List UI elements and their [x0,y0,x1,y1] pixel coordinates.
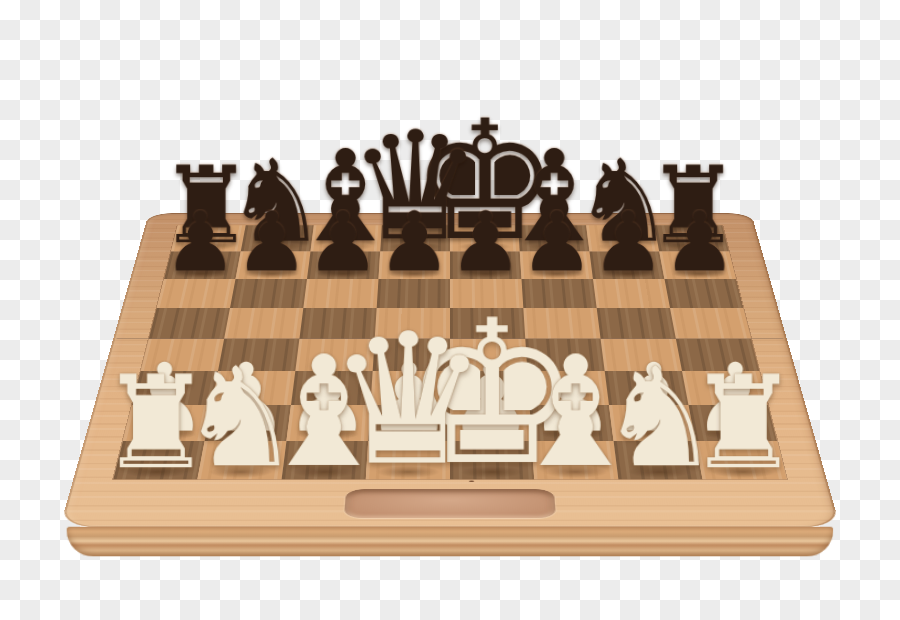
piece-black-pawn-c7[interactable]: ♟ [306,208,380,276]
square-h6[interactable] [665,279,744,308]
piece-black-pawn-f7[interactable]: ♟ [520,208,594,276]
piece-black-pawn-g7[interactable]: ♟ [591,208,665,276]
square-d7[interactable]: ♟ [378,252,450,280]
board-front-molding [67,527,834,557]
piece-black-pawn-a7[interactable]: ♟ [163,208,237,276]
piece-black-pawn-d7[interactable]: ♟ [377,208,451,276]
square-h7[interactable]: ♟ [659,252,736,280]
square-a5[interactable] [149,308,230,339]
square-b7[interactable]: ♟ [235,252,310,280]
piece-white-bishop-f1[interactable]: ♝ [508,350,645,475]
square-a1[interactable]: ♜ [113,441,204,479]
handle-recess [344,489,556,518]
piece-white-rook-a1[interactable]: ♜ [99,370,214,475]
square-d1[interactable]: ♛ [366,441,450,479]
square-g6[interactable] [593,279,670,308]
square-h1[interactable]: ♜ [695,441,786,479]
piece-black-pawn-b7[interactable]: ♟ [235,208,309,276]
square-c7[interactable]: ♟ [307,252,380,280]
board-squares: ♜♞♝♛♚♝♞♜♟♟♟♟♟♟♟♟♟♟♟♟♟♟♟♟♜♞♝♛♚♝♞♜ [113,225,787,479]
piece-black-pawn-e7[interactable]: ♟ [449,208,523,276]
apron-knot [469,480,475,482]
square-f1[interactable]: ♝ [532,441,619,479]
square-b6[interactable] [230,279,307,308]
square-e7[interactable]: ♟ [450,252,522,280]
square-h5[interactable] [670,308,751,339]
transparent-checker-background: ♜♞♝♛♚♝♞♜♟♟♟♟♟♟♟♟♟♟♟♟♟♟♟♟♜♞♝♛♚♝♞♜ [0,0,900,620]
piece-black-pawn-h7[interactable]: ♟ [663,208,737,276]
piece-white-rook-h1[interactable]: ♜ [686,370,801,475]
square-a6[interactable] [157,279,236,308]
square-g7[interactable]: ♟ [590,252,665,280]
board-perspective-wrap: ♜♞♝♛♚♝♞♜♟♟♟♟♟♟♟♟♟♟♟♟♟♟♟♟♜♞♝♛♚♝♞♜ [0,0,900,620]
piece-white-queen-d1[interactable]: ♛ [327,327,489,476]
chess-board: ♜♞♝♛♚♝♞♜♟♟♟♟♟♟♟♟♟♟♟♟♟♟♟♟♜♞♝♛♚♝♞♜ [60,213,841,527]
square-a7[interactable]: ♟ [164,252,241,280]
square-f7[interactable]: ♟ [520,252,593,280]
